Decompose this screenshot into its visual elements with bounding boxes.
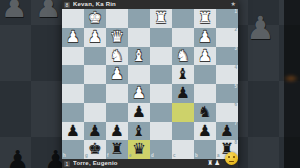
square-c2[interactable] bbox=[172, 28, 194, 47]
square-e4[interactable] bbox=[128, 65, 150, 84]
piece-black-P-e6: ♟ bbox=[128, 103, 150, 122]
coord-rank-8: 8 bbox=[234, 141, 237, 146]
square-d4[interactable] bbox=[150, 65, 172, 84]
square-g6[interactable] bbox=[84, 103, 106, 122]
square-b3[interactable]: ♟ bbox=[194, 47, 216, 66]
top-player-name: Kevan, Ka Rin bbox=[73, 0, 116, 9]
square-d1[interactable]: ♜ bbox=[150, 9, 172, 28]
piece-black-P-b7: ♟ bbox=[194, 122, 216, 141]
square-h3[interactable] bbox=[62, 47, 84, 66]
square-c3[interactable]: ♞ bbox=[172, 47, 194, 66]
coord-file-a: a bbox=[217, 154, 220, 159]
piece-black-P-c5: ♟ bbox=[172, 84, 194, 103]
square-c4[interactable]: ♝ bbox=[172, 65, 194, 84]
square-d2[interactable] bbox=[150, 28, 172, 47]
backdrop-left: ♟ ♟ ♟ ♟ bbox=[0, 0, 62, 168]
bottom-player-name: Torre, Eugenio bbox=[73, 159, 118, 168]
coord-rank-6: 6 bbox=[234, 103, 237, 108]
square-g4[interactable] bbox=[84, 65, 106, 84]
bottom-player-badge: 1 bbox=[64, 161, 70, 167]
square-e6[interactable]: ♟ bbox=[128, 103, 150, 122]
square-h5[interactable] bbox=[62, 84, 84, 103]
square-f8[interactable]: ♜f bbox=[106, 140, 128, 159]
square-h4[interactable] bbox=[62, 65, 84, 84]
square-e5[interactable]: ♟ bbox=[128, 84, 150, 103]
square-b8[interactable]: b bbox=[194, 140, 216, 159]
square-b4[interactable] bbox=[194, 65, 216, 84]
square-c7[interactable] bbox=[172, 122, 194, 141]
square-f1[interactable] bbox=[106, 9, 128, 28]
square-d7[interactable] bbox=[150, 122, 172, 141]
piece-white-P-h2: ♟ bbox=[62, 28, 84, 47]
piece-white-N-c3: ♞ bbox=[172, 47, 194, 66]
coord-rank-2: 2 bbox=[234, 28, 237, 33]
piece-black-P-h7: ♟ bbox=[62, 122, 84, 141]
square-a1[interactable]: 1 bbox=[216, 9, 238, 28]
bottom-player-bar[interactable]: 1 Torre, Eugenio ♜♟ bbox=[62, 159, 238, 168]
square-f6[interactable] bbox=[106, 103, 128, 122]
square-f7[interactable]: ♟ bbox=[106, 122, 128, 141]
piece-white-P-b2: ♟ bbox=[194, 28, 216, 47]
square-d5[interactable] bbox=[150, 84, 172, 103]
piece-white-R-b1: ♜ bbox=[194, 9, 216, 28]
square-g1[interactable]: ♚ bbox=[84, 9, 106, 28]
piece-white-K-g1: ♚ bbox=[84, 9, 106, 28]
piece-black-R-f8: ♜ bbox=[106, 140, 128, 159]
piece-black-Q-e8: ♛ bbox=[128, 140, 150, 159]
square-g5[interactable] bbox=[84, 84, 106, 103]
backdrop-dim-overlay bbox=[0, 0, 62, 168]
square-h2[interactable]: ♟ bbox=[62, 28, 84, 47]
coord-file-f: f bbox=[107, 154, 109, 159]
square-g3[interactable] bbox=[84, 47, 106, 66]
square-a2[interactable]: 2 bbox=[216, 28, 238, 47]
square-f2[interactable]: ♛ bbox=[106, 28, 128, 47]
backdrop-orange-smudge bbox=[283, 74, 299, 83]
square-g2[interactable]: ♟ bbox=[84, 28, 106, 47]
board: ♚♜♜1♟♟♛♟2♞♝♞♟3♟♝4♟♟5♟♞6♟♟♟♝♟♟7h♚g♜f♛edcb… bbox=[62, 9, 238, 159]
square-h7[interactable]: ♟ bbox=[62, 122, 84, 141]
piece-white-P-g2: ♟ bbox=[84, 28, 106, 47]
coord-rank-5: 5 bbox=[234, 85, 237, 90]
square-b5[interactable] bbox=[194, 84, 216, 103]
coord-rank-1: 1 bbox=[234, 10, 237, 15]
square-c1[interactable] bbox=[172, 9, 194, 28]
square-a3[interactable]: 3 bbox=[216, 47, 238, 66]
coord-rank-7: 7 bbox=[234, 122, 237, 127]
piece-black-P-g7: ♟ bbox=[84, 122, 106, 141]
coord-rank-3: 3 bbox=[234, 47, 237, 52]
piece-white-N-f3: ♞ bbox=[106, 47, 128, 66]
square-d8[interactable]: d bbox=[150, 140, 172, 159]
coord-file-d: d bbox=[151, 154, 154, 159]
square-e1[interactable] bbox=[128, 9, 150, 28]
square-e7[interactable]: ♝ bbox=[128, 122, 150, 141]
piece-white-R-d1: ♜ bbox=[150, 9, 172, 28]
square-a4[interactable]: 4 bbox=[216, 65, 238, 84]
piece-white-Q-f2: ♛ bbox=[106, 28, 128, 47]
square-f4[interactable]: ♟ bbox=[106, 65, 128, 84]
square-f5[interactable] bbox=[106, 84, 128, 103]
piece-white-P-e5: ♟ bbox=[128, 84, 150, 103]
captured-pieces-icons: ♜♟ bbox=[207, 159, 221, 168]
square-c5[interactable]: ♟ bbox=[172, 84, 194, 103]
square-a5[interactable]: 5 bbox=[216, 84, 238, 103]
square-a6[interactable]: 6 bbox=[216, 103, 238, 122]
square-f3[interactable]: ♞ bbox=[106, 47, 128, 66]
piece-black-K-g8: ♚ bbox=[84, 140, 106, 159]
coord-file-h: h bbox=[63, 154, 66, 159]
square-b6[interactable]: ♞ bbox=[194, 103, 216, 122]
flair-emoji-icon bbox=[225, 152, 238, 165]
piece-black-P-a7: ♟ bbox=[216, 122, 238, 141]
square-c6[interactable] bbox=[172, 103, 194, 122]
top-player-bar[interactable]: 8 Kevan, Ka Rin ★ bbox=[62, 0, 238, 9]
piece-white-P-b3: ♟ bbox=[194, 47, 216, 66]
screenshot-root: ♟ ♟ ♟ ♟ ♟ 8 Kevan, Ka Rin ★ ♚♜♜1♟♟♛♟2♞♝♞… bbox=[0, 0, 300, 168]
square-e8[interactable]: ♛e bbox=[128, 140, 150, 159]
coord-file-c: c bbox=[173, 154, 176, 159]
coord-file-g: g bbox=[85, 154, 88, 159]
piece-black-P-f7: ♟ bbox=[106, 122, 128, 141]
piece-white-P-f4: ♟ bbox=[106, 65, 128, 84]
square-a7[interactable]: ♟7 bbox=[216, 122, 238, 141]
coord-file-b: b bbox=[195, 154, 198, 159]
square-h8[interactable]: h bbox=[62, 140, 84, 159]
square-b7[interactable]: ♟ bbox=[194, 122, 216, 141]
square-b1[interactable]: ♜ bbox=[194, 9, 216, 28]
square-d3[interactable] bbox=[150, 47, 172, 66]
top-player-badge: 8 bbox=[64, 2, 70, 8]
coord-file-e: e bbox=[129, 154, 132, 159]
backdrop-dark-band bbox=[284, 0, 300, 168]
square-c8[interactable]: c bbox=[172, 140, 194, 159]
square-h6[interactable] bbox=[62, 103, 84, 122]
square-g8[interactable]: ♚g bbox=[84, 140, 106, 159]
square-e3[interactable]: ♝ bbox=[128, 47, 150, 66]
square-e2[interactable] bbox=[128, 28, 150, 47]
piece-black-B-e7: ♝ bbox=[128, 122, 150, 141]
square-h1[interactable] bbox=[62, 9, 84, 28]
broadcast-panel: 8 Kevan, Ka Rin ★ ♚♜♜1♟♟♛♟2♞♝♞♟3♟♝4♟♟5♟♞… bbox=[62, 0, 238, 168]
trophy-icon: ★ bbox=[231, 0, 236, 9]
square-g7[interactable]: ♟ bbox=[84, 122, 106, 141]
coord-rank-4: 4 bbox=[234, 66, 237, 71]
square-b2[interactable]: ♟ bbox=[194, 28, 216, 47]
piece-black-B-c4: ♝ bbox=[172, 65, 194, 84]
piece-white-B-e3: ♝ bbox=[128, 47, 150, 66]
square-d6[interactable] bbox=[150, 103, 172, 122]
piece-black-N-b6: ♞ bbox=[194, 103, 216, 122]
